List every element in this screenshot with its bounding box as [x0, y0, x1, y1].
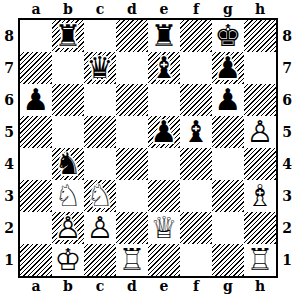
rank-label-2: 2 [279, 212, 295, 244]
rank-labels-right: 87654321 [279, 20, 295, 276]
square-g4[interactable] [212, 148, 244, 180]
square-f8[interactable] [180, 20, 212, 52]
piece-glyph: ♛ [84, 52, 116, 84]
piece-glyph: ♙ [84, 212, 116, 244]
piece-glyph: ♖ [116, 244, 148, 276]
square-g7[interactable]: ♟♟ [212, 52, 244, 84]
square-e5[interactable]: ♟♟ [148, 116, 180, 148]
square-c6[interactable] [84, 84, 116, 116]
square-c7[interactable]: ♛♛ [84, 52, 116, 84]
square-h4[interactable] [244, 148, 276, 180]
square-e1[interactable] [148, 244, 180, 276]
piece-white-rook[interactable]: ♜♖ [116, 244, 148, 276]
square-h8[interactable] [244, 20, 276, 52]
square-f6[interactable] [180, 84, 212, 116]
square-e8[interactable]: ♜♜ [148, 20, 180, 52]
file-label-f: f [180, 278, 212, 294]
file-label-g: g [212, 1, 244, 17]
file-label-h: h [244, 278, 276, 294]
square-h5[interactable]: ♟♙ [244, 116, 276, 148]
square-c8[interactable] [84, 20, 116, 52]
rank-label-8: 8 [279, 20, 295, 52]
square-g3[interactable] [212, 180, 244, 212]
piece-white-bishop[interactable]: ♝♗ [244, 180, 276, 212]
rank-label-1: 1 [279, 244, 295, 276]
square-f7[interactable] [180, 52, 212, 84]
square-f2[interactable] [180, 212, 212, 244]
square-a4[interactable] [20, 148, 52, 180]
piece-black-rook[interactable]: ♜♜ [148, 20, 180, 52]
rank-label-5: 5 [279, 116, 295, 148]
square-c3[interactable]: ♞♘ [84, 180, 116, 212]
rank-labels-left: 87654321 [1, 20, 17, 276]
piece-glyph: ♖ [244, 244, 276, 276]
square-f1[interactable] [180, 244, 212, 276]
square-d6[interactable] [116, 84, 148, 116]
square-a7[interactable] [20, 52, 52, 84]
square-d7[interactable] [116, 52, 148, 84]
file-label-a: a [20, 278, 52, 294]
square-g5[interactable] [212, 116, 244, 148]
piece-glyph: ♙ [244, 116, 276, 148]
piece-glyph: ♗ [244, 180, 276, 212]
chess-board: ♜♜♜♜♚♚♛♛♝♝♟♟♟♟♟♟♟♟♝♝♟♙♞♞♞♘♞♘♝♗♟♙♟♙♛♕♚♔♜♖… [18, 18, 278, 278]
square-e2[interactable]: ♛♕ [148, 212, 180, 244]
file-label-g: g [212, 278, 244, 294]
piece-glyph: ♞ [52, 148, 84, 180]
piece-black-bishop[interactable]: ♝♝ [180, 116, 212, 148]
piece-glyph: ♙ [52, 212, 84, 244]
piece-glyph: ♝ [180, 116, 212, 148]
square-b4[interactable]: ♞♞ [52, 148, 84, 180]
square-h1[interactable]: ♜♖ [244, 244, 276, 276]
square-h6[interactable] [244, 84, 276, 116]
piece-white-rook[interactable]: ♜♖ [244, 244, 276, 276]
rank-label-4: 4 [279, 148, 295, 180]
square-b5[interactable] [52, 116, 84, 148]
square-b3[interactable]: ♞♘ [52, 180, 84, 212]
square-h3[interactable]: ♝♗ [244, 180, 276, 212]
square-a1[interactable] [20, 244, 52, 276]
square-a3[interactable] [20, 180, 52, 212]
piece-glyph: ♕ [148, 212, 180, 244]
square-c5[interactable] [84, 116, 116, 148]
rank-label-1: 1 [1, 244, 17, 276]
square-b7[interactable] [52, 52, 84, 84]
rank-label-4: 4 [1, 148, 17, 180]
piece-black-queen[interactable]: ♛♛ [84, 52, 116, 84]
rank-label-2: 2 [1, 212, 17, 244]
piece-black-pawn[interactable]: ♟♟ [20, 84, 52, 116]
piece-black-king[interactable]: ♚♚ [212, 20, 244, 52]
file-labels-bottom: abcdefgh [20, 278, 276, 294]
file-label-h: h [244, 1, 276, 17]
file-label-d: d [116, 1, 148, 17]
square-d3[interactable] [116, 180, 148, 212]
square-b6[interactable] [52, 84, 84, 116]
square-g1[interactable] [212, 244, 244, 276]
square-g2[interactable] [212, 212, 244, 244]
square-a6[interactable]: ♟♟ [20, 84, 52, 116]
rank-label-6: 6 [279, 84, 295, 116]
square-a2[interactable] [20, 212, 52, 244]
square-a8[interactable] [20, 20, 52, 52]
rank-label-8: 8 [1, 20, 17, 52]
rank-label-6: 6 [1, 84, 17, 116]
chess-diagram: abcdefgh 87654321 ♜♜♜♜♚♚♛♛♝♝♟♟♟♟♟♟♟♟♝♝♟♙… [0, 0, 295, 295]
rank-label-7: 7 [1, 52, 17, 84]
piece-glyph: ♜ [148, 20, 180, 52]
piece-glyph: ♟ [212, 84, 244, 116]
rank-label-3: 3 [1, 180, 17, 212]
square-b2[interactable]: ♟♙ [52, 212, 84, 244]
piece-white-pawn[interactable]: ♟♙ [244, 116, 276, 148]
piece-glyph: ♟ [20, 84, 52, 116]
piece-black-pawn[interactable]: ♟♟ [212, 52, 244, 84]
piece-black-knight[interactable]: ♞♞ [52, 148, 84, 180]
square-a5[interactable] [20, 116, 52, 148]
file-labels-top: abcdefgh [20, 1, 276, 17]
piece-glyph: ♝ [148, 52, 180, 84]
file-label-c: c [84, 278, 116, 294]
file-label-e: e [148, 278, 180, 294]
square-e7[interactable]: ♝♝ [148, 52, 180, 84]
square-f4[interactable] [180, 148, 212, 180]
square-d5[interactable] [116, 116, 148, 148]
file-label-d: d [116, 278, 148, 294]
file-label-e: e [148, 1, 180, 17]
square-c2[interactable]: ♟♙ [84, 212, 116, 244]
piece-glyph: ♚ [212, 20, 244, 52]
piece-white-knight[interactable]: ♞♘ [84, 180, 116, 212]
piece-black-pawn[interactable]: ♟♟ [148, 116, 180, 148]
square-b1[interactable]: ♚♔ [52, 244, 84, 276]
rank-label-3: 3 [279, 180, 295, 212]
piece-black-bishop[interactable]: ♝♝ [148, 52, 180, 84]
square-h2[interactable] [244, 212, 276, 244]
square-d2[interactable] [116, 212, 148, 244]
square-c4[interactable] [84, 148, 116, 180]
square-e6[interactable] [148, 84, 180, 116]
piece-glyph: ♘ [84, 180, 116, 212]
file-label-f: f [180, 1, 212, 17]
square-h7[interactable] [244, 52, 276, 84]
rank-label-5: 5 [1, 116, 17, 148]
piece-black-pawn[interactable]: ♟♟ [212, 84, 244, 116]
square-f5[interactable]: ♝♝ [180, 116, 212, 148]
square-c1[interactable] [84, 244, 116, 276]
square-g6[interactable]: ♟♟ [212, 84, 244, 116]
piece-white-pawn[interactable]: ♟♙ [84, 212, 116, 244]
piece-white-knight[interactable]: ♞♘ [52, 180, 84, 212]
piece-black-rook[interactable]: ♜♜ [52, 20, 84, 52]
square-e3[interactable] [148, 180, 180, 212]
file-label-a: a [20, 1, 52, 17]
square-g8[interactable]: ♚♚ [212, 20, 244, 52]
file-label-c: c [84, 1, 116, 17]
piece-white-pawn[interactable]: ♟♙ [52, 212, 84, 244]
piece-glyph: ♔ [52, 244, 84, 276]
rank-label-7: 7 [279, 52, 295, 84]
square-f3[interactable] [180, 180, 212, 212]
piece-glyph: ♘ [52, 180, 84, 212]
file-label-b: b [52, 278, 84, 294]
piece-glyph: ♟ [212, 52, 244, 84]
square-d8[interactable] [116, 20, 148, 52]
file-label-b: b [52, 1, 84, 17]
piece-white-king[interactable]: ♚♔ [52, 244, 84, 276]
piece-glyph: ♟ [148, 116, 180, 148]
piece-white-queen[interactable]: ♛♕ [148, 212, 180, 244]
square-d4[interactable] [116, 148, 148, 180]
piece-glyph: ♜ [52, 20, 84, 52]
square-d1[interactable]: ♜♖ [116, 244, 148, 276]
square-e4[interactable] [148, 148, 180, 180]
square-b8[interactable]: ♜♜ [52, 20, 84, 52]
